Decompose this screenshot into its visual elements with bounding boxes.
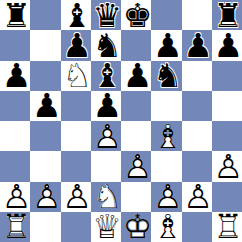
black-piece-glyph: ♜	[212, 0, 242, 30]
square-a3[interactable]	[0, 151, 30, 181]
square-d6[interactable]: ♝	[91, 61, 121, 91]
square-d2[interactable]: ♞♘	[91, 182, 121, 212]
square-g3[interactable]	[182, 151, 212, 181]
square-b5[interactable]: ♟	[30, 91, 60, 121]
black-knight-f6[interactable]: ♞	[151, 61, 181, 91]
white-piece-outline-glyph: ♙	[0, 182, 30, 212]
square-g5[interactable]	[182, 91, 212, 121]
white-bishop-f1[interactable]: ♝♗	[151, 212, 181, 242]
white-knight-c6[interactable]: ♞♘	[61, 61, 91, 91]
black-pawn-h7[interactable]: ♟	[212, 30, 242, 60]
square-a5[interactable]	[0, 91, 30, 121]
white-pawn-e3[interactable]: ♟♙	[121, 151, 151, 181]
square-d7[interactable]: ♞	[91, 30, 121, 60]
square-g8[interactable]	[182, 0, 212, 30]
white-piece-outline-glyph: ♙	[30, 182, 60, 212]
square-b3[interactable]	[30, 151, 60, 181]
square-e6[interactable]: ♟	[121, 61, 151, 91]
black-piece-glyph: ♟	[30, 91, 60, 121]
square-f1[interactable]: ♝♗	[151, 212, 181, 242]
square-e4[interactable]	[121, 121, 151, 151]
square-b2[interactable]: ♟♙	[30, 182, 60, 212]
square-h4[interactable]	[212, 121, 242, 151]
black-pawn-d5[interactable]: ♟	[91, 91, 121, 121]
square-e2[interactable]	[121, 182, 151, 212]
square-g2[interactable]: ♟♙	[182, 182, 212, 212]
square-c5[interactable]	[61, 91, 91, 121]
square-h5[interactable]	[212, 91, 242, 121]
square-g6[interactable]	[182, 61, 212, 91]
square-a4[interactable]	[0, 121, 30, 151]
black-piece-glyph: ♜	[0, 0, 30, 30]
square-e3[interactable]: ♟♙	[121, 151, 151, 181]
square-f5[interactable]	[151, 91, 181, 121]
square-b1[interactable]	[30, 212, 60, 242]
square-c4[interactable]	[61, 121, 91, 151]
black-rook-a8[interactable]: ♜	[0, 0, 30, 30]
square-a7[interactable]	[0, 30, 30, 60]
square-a6[interactable]: ♟	[0, 61, 30, 91]
square-b7[interactable]	[30, 30, 60, 60]
square-g4[interactable]	[182, 121, 212, 151]
white-piece-outline-glyph: ♙	[212, 151, 242, 181]
black-piece-glyph: ♚	[121, 0, 151, 30]
square-a1[interactable]: ♜♖	[0, 212, 30, 242]
white-rook-h1[interactable]: ♜♖	[212, 212, 242, 242]
white-piece-outline-glyph: ♙	[182, 182, 212, 212]
black-piece-glyph: ♛	[91, 0, 121, 30]
square-d4[interactable]: ♟♙	[91, 121, 121, 151]
square-h2[interactable]	[212, 182, 242, 212]
white-pawn-g2[interactable]: ♟♙	[182, 182, 212, 212]
white-pawn-c2[interactable]: ♟♙	[61, 182, 91, 212]
black-bishop-c8[interactable]: ♝	[61, 0, 91, 30]
white-king-e1[interactable]: ♚♔	[121, 212, 151, 242]
square-h1[interactable]: ♜♖	[212, 212, 242, 242]
square-e1[interactable]: ♚♔	[121, 212, 151, 242]
black-pawn-f7[interactable]: ♟	[151, 30, 181, 60]
square-h7[interactable]: ♟	[212, 30, 242, 60]
square-f4[interactable]: ♝♗	[151, 121, 181, 151]
square-d8[interactable]: ♛	[91, 0, 121, 30]
black-queen-d8[interactable]: ♛	[91, 0, 121, 30]
square-h6[interactable]	[212, 61, 242, 91]
square-e7[interactable]	[121, 30, 151, 60]
white-rook-a1[interactable]: ♜♖	[0, 212, 30, 242]
square-f7[interactable]: ♟	[151, 30, 181, 60]
square-h8[interactable]: ♜	[212, 0, 242, 30]
square-g7[interactable]: ♟	[182, 30, 212, 60]
square-f2[interactable]: ♟♙	[151, 182, 181, 212]
square-e8[interactable]: ♚	[121, 0, 151, 30]
square-a8[interactable]: ♜	[0, 0, 30, 30]
white-piece-outline-glyph: ♙	[91, 121, 121, 151]
square-a2[interactable]: ♟♙	[0, 182, 30, 212]
square-d5[interactable]: ♟	[91, 91, 121, 121]
white-piece-outline-glyph: ♖	[0, 212, 30, 242]
white-piece-outline-glyph: ♙	[61, 182, 91, 212]
white-knight-d2[interactable]: ♞♘	[91, 182, 121, 212]
square-c2[interactable]: ♟♙	[61, 182, 91, 212]
white-bishop-f4[interactable]: ♝♗	[151, 121, 181, 151]
square-c1[interactable]	[61, 212, 91, 242]
white-piece-outline-glyph: ♕	[91, 212, 121, 242]
black-piece-glyph: ♝	[91, 61, 121, 91]
white-piece-outline-glyph: ♘	[61, 61, 91, 91]
white-piece-outline-glyph: ♖	[212, 212, 242, 242]
black-piece-glyph: ♟	[212, 30, 242, 60]
black-piece-glyph: ♞	[91, 30, 121, 60]
square-c7[interactable]: ♟	[61, 30, 91, 60]
black-piece-glyph: ♟	[151, 30, 181, 60]
square-c6[interactable]: ♞♘	[61, 61, 91, 91]
white-piece-outline-glyph: ♗	[151, 121, 181, 151]
square-d3[interactable]	[91, 151, 121, 181]
black-pawn-c7[interactable]: ♟	[61, 30, 91, 60]
black-pawn-b5[interactable]: ♟	[30, 91, 60, 121]
black-rook-h8[interactable]: ♜	[212, 0, 242, 30]
black-knight-d7[interactable]: ♞	[91, 30, 121, 60]
square-h3[interactable]: ♟♙	[212, 151, 242, 181]
square-f8[interactable]	[151, 0, 181, 30]
black-pawn-g7[interactable]: ♟	[182, 30, 212, 60]
square-g1[interactable]	[182, 212, 212, 242]
white-piece-outline-glyph: ♗	[151, 212, 181, 242]
black-piece-glyph: ♞	[151, 61, 181, 91]
black-piece-glyph: ♟	[182, 30, 212, 60]
white-piece-outline-glyph: ♔	[121, 212, 151, 242]
square-f3[interactable]	[151, 151, 181, 181]
white-piece-outline-glyph: ♙	[151, 182, 181, 212]
black-bishop-d6[interactable]: ♝	[91, 61, 121, 91]
white-pawn-h3[interactable]: ♟♙	[212, 151, 242, 181]
black-piece-glyph: ♟	[0, 61, 30, 91]
black-piece-glyph: ♟	[61, 30, 91, 60]
white-pawn-b2[interactable]: ♟♙	[30, 182, 60, 212]
white-piece-outline-glyph: ♙	[121, 151, 151, 181]
white-pawn-d4[interactable]: ♟♙	[91, 121, 121, 151]
square-c3[interactable]	[61, 151, 91, 181]
square-c8[interactable]: ♝	[61, 0, 91, 30]
square-e5[interactable]	[121, 91, 151, 121]
square-f6[interactable]: ♞	[151, 61, 181, 91]
white-pawn-a2[interactable]: ♟♙	[0, 182, 30, 212]
square-b4[interactable]	[30, 121, 60, 151]
black-piece-glyph: ♟	[91, 91, 121, 121]
black-piece-glyph: ♟	[121, 61, 151, 91]
black-pawn-e6[interactable]: ♟	[121, 61, 151, 91]
square-d1[interactable]: ♛♕	[91, 212, 121, 242]
white-piece-outline-glyph: ♘	[91, 182, 121, 212]
square-b6[interactable]	[30, 61, 60, 91]
white-queen-d1[interactable]: ♛♕	[91, 212, 121, 242]
black-piece-glyph: ♝	[61, 0, 91, 30]
square-b8[interactable]	[30, 0, 60, 30]
black-king-e8[interactable]: ♚	[121, 0, 151, 30]
black-pawn-a6[interactable]: ♟	[0, 61, 30, 91]
white-pawn-f2[interactable]: ♟♙	[151, 182, 181, 212]
chess-board: ♜♝♛♚♜♟♞♟♟♟♟♞♘♝♟♞♟♟♟♙♝♗♟♙♟♙♟♙♟♙♟♙♞♘♟♙♟♙♜♖…	[0, 0, 242, 242]
